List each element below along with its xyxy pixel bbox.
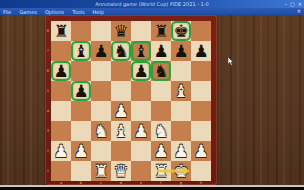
piece-white-pawn[interactable]: ♟ [51, 141, 71, 161]
square-f4[interactable] [151, 101, 171, 121]
rank-label-4: 4 [46, 104, 50, 118]
piece-white-bishop[interactable]: ♝ [111, 121, 131, 141]
square-h8[interactable] [191, 21, 211, 41]
menu-item-options[interactable]: Options [45, 9, 64, 15]
square-f1[interactable]: ♜ [151, 161, 171, 181]
piece-white-pawn[interactable]: ♟ [71, 141, 91, 161]
menu-item-file[interactable]: File [3, 9, 11, 15]
piece-white-rook[interactable]: ♜ [151, 161, 171, 181]
square-b7[interactable]: ♝ [71, 41, 91, 61]
square-b3[interactable] [71, 121, 91, 141]
square-b2[interactable]: ♟ [71, 141, 91, 161]
square-e4[interactable] [131, 101, 151, 121]
piece-white-queen[interactable]: ♛ [111, 161, 131, 181]
square-f2[interactable]: ♟ [151, 141, 171, 161]
piece-white-pawn[interactable]: ♟ [151, 141, 171, 161]
square-a4[interactable] [51, 101, 71, 121]
square-g3[interactable] [171, 121, 191, 141]
piece-white-pawn[interactable]: ♟ [111, 101, 131, 121]
rank-label-2: 2 [46, 144, 50, 158]
file-label-c: c [94, 181, 108, 185]
piece-white-knight[interactable]: ♞ [91, 121, 111, 141]
square-e8[interactable] [131, 21, 151, 41]
piece-black-king[interactable]: ♚ [171, 21, 191, 41]
square-b4[interactable] [71, 101, 91, 121]
rank-label-7: 7 [46, 44, 50, 58]
square-h7[interactable]: ♟ [191, 41, 211, 61]
taskbar-strip [0, 187, 304, 190]
piece-black-knight[interactable]: ♞ [151, 61, 171, 81]
square-e5[interactable] [131, 81, 151, 101]
piece-black-pawn[interactable]: ♟ [131, 61, 151, 81]
square-a3[interactable] [51, 121, 71, 141]
file-label-a: a [54, 181, 68, 185]
rank-label-6: 6 [46, 64, 50, 78]
square-d1[interactable]: ♛ [111, 161, 131, 181]
square-f8[interactable]: ♜ [151, 21, 171, 41]
square-b8[interactable] [71, 21, 91, 41]
square-g7[interactable]: ♟ [171, 41, 191, 61]
square-g1[interactable]: ♚ [171, 161, 191, 181]
square-d3[interactable]: ♝ [111, 121, 131, 141]
piece-white-bishop[interactable]: ♝ [171, 81, 191, 101]
file-label-e: e [134, 181, 148, 185]
square-c1[interactable]: ♜ [91, 161, 111, 181]
square-d7[interactable]: ♞ [111, 41, 131, 61]
document-close-icon[interactable]: ✕ [297, 8, 301, 15]
square-c7[interactable]: ♟ [91, 41, 111, 61]
title-bar[interactable]: Annotated game (World Cup) FIDE 2021 - 1… [0, 0, 304, 8]
square-a6[interactable]: ♟ [51, 61, 71, 81]
square-c5[interactable] [91, 81, 111, 101]
maximize-button[interactable]: ▢ [290, 0, 295, 8]
piece-white-pawn[interactable]: ♟ [171, 141, 191, 161]
square-d2[interactable] [111, 141, 131, 161]
square-d5[interactable] [111, 81, 131, 101]
square-d4[interactable]: ♟ [111, 101, 131, 121]
square-h2[interactable]: ♟ [191, 141, 211, 161]
piece-black-knight[interactable]: ♞ [111, 41, 131, 61]
square-e6[interactable]: ♟ [131, 61, 151, 81]
square-g2[interactable]: ♟ [171, 141, 191, 161]
square-e2[interactable] [131, 141, 151, 161]
piece-black-pawn[interactable]: ♟ [151, 41, 171, 61]
piece-black-bishop[interactable]: ♝ [131, 41, 151, 61]
square-f6[interactable]: ♞ [151, 61, 171, 81]
piece-black-pawn[interactable]: ♟ [191, 41, 211, 61]
piece-black-pawn[interactable]: ♟ [91, 41, 111, 61]
piece-black-pawn[interactable]: ♟ [51, 61, 71, 81]
square-d6[interactable] [111, 61, 131, 81]
square-h4[interactable] [191, 101, 211, 121]
square-c6[interactable] [91, 61, 111, 81]
file-label-g: g [174, 181, 188, 185]
square-f3[interactable]: ♞ [151, 121, 171, 141]
rank-label-8: 8 [46, 24, 50, 38]
close-button[interactable]: ✕ [298, 0, 302, 8]
file-label-f: f [154, 181, 168, 185]
square-h6[interactable] [191, 61, 211, 81]
square-g4[interactable] [171, 101, 191, 121]
square-e1[interactable] [131, 161, 151, 181]
rank-label-5: 5 [46, 84, 50, 98]
square-a7[interactable] [51, 41, 71, 61]
square-h3[interactable] [191, 121, 211, 141]
piece-black-rook[interactable]: ♜ [151, 21, 171, 41]
rank-label-3: 3 [46, 124, 50, 138]
square-b1[interactable] [71, 161, 91, 181]
square-b6[interactable] [71, 61, 91, 81]
square-c4[interactable] [91, 101, 111, 121]
square-e7[interactable]: ♝ [131, 41, 151, 61]
file-label-b: b [74, 181, 88, 185]
piece-black-pawn[interactable]: ♟ [171, 41, 191, 61]
file-label-h: h [194, 181, 208, 185]
square-b5[interactable]: ♟ [71, 81, 91, 101]
square-g6[interactable] [171, 61, 191, 81]
square-a8[interactable]: ♜ [51, 21, 71, 41]
piece-black-queen[interactable]: ♛ [111, 21, 131, 41]
rank-label-1: 1 [46, 164, 50, 178]
piece-black-bishop[interactable]: ♝ [71, 41, 91, 61]
square-c8[interactable] [91, 21, 111, 41]
square-a2[interactable]: ♟ [51, 141, 71, 161]
piece-white-pawn[interactable]: ♟ [191, 141, 211, 161]
square-d8[interactable]: ♛ [111, 21, 131, 41]
square-h5[interactable] [191, 81, 211, 101]
square-a5[interactable] [51, 81, 71, 101]
square-h1[interactable] [191, 161, 211, 181]
square-e3[interactable]: ♟ [131, 121, 151, 141]
window-title: Annotated game (World Cup) FIDE 2021 - 1… [0, 0, 304, 8]
square-c3[interactable]: ♞ [91, 121, 111, 141]
piece-white-rook[interactable]: ♜ [91, 161, 111, 181]
square-f7[interactable]: ♟ [151, 41, 171, 61]
minimize-button[interactable]: – [285, 0, 288, 8]
square-f5[interactable] [151, 81, 171, 101]
menu-bar: File Games Options Tools Help ✕ [0, 8, 304, 15]
menu-item-tools[interactable]: Tools [72, 9, 84, 15]
square-a1[interactable] [51, 161, 71, 181]
file-label-d: d [114, 181, 128, 185]
square-g8[interactable]: ♚ [171, 21, 191, 41]
menu-item-games[interactable]: Games [19, 9, 37, 15]
board[interactable]: ♜♛♜♚♝♟♞♝♟♟♟♟♟♞♟♝♟♞♝♟♞♟♟♟♟♟♜♛♜♚ [51, 21, 211, 181]
menu-item-help[interactable]: Help [93, 9, 104, 15]
piece-white-pawn[interactable]: ♟ [131, 121, 151, 141]
piece-black-pawn[interactable]: ♟ [71, 81, 91, 101]
piece-white-knight[interactable]: ♞ [151, 121, 171, 141]
square-g5[interactable]: ♝ [171, 81, 191, 101]
square-c2[interactable] [91, 141, 111, 161]
piece-white-king[interactable]: ♚ [171, 161, 191, 181]
piece-black-rook[interactable]: ♜ [51, 21, 71, 41]
